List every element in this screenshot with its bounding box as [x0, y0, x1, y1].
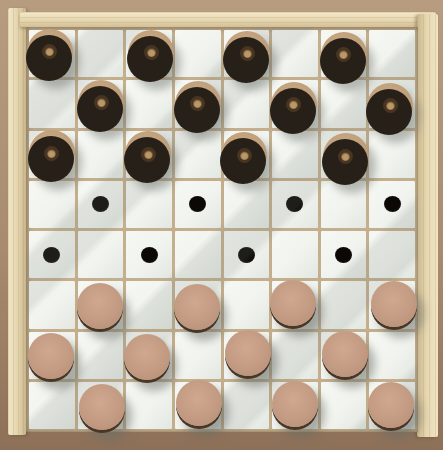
- solid-piece-f1[interactable]: [272, 381, 318, 427]
- ring-piece-f7[interactable]: [271, 82, 317, 128]
- solid-piece-c2[interactable]: [124, 334, 170, 380]
- square-h7[interactable]: [369, 80, 415, 127]
- square-d6[interactable]: [175, 131, 221, 178]
- ring-piece-c6[interactable]: [125, 131, 171, 177]
- square-e3[interactable]: [224, 281, 270, 328]
- square-f5[interactable]: [272, 181, 318, 228]
- square-d5[interactable]: [175, 181, 221, 228]
- square-c2[interactable]: [126, 332, 172, 379]
- square-h5[interactable]: [369, 181, 415, 228]
- square-h1[interactable]: [369, 382, 415, 429]
- square-h2[interactable]: [369, 332, 415, 379]
- peg-hole-c4: [141, 247, 158, 263]
- solid-piece-e2[interactable]: [225, 330, 271, 376]
- square-d7[interactable]: [175, 80, 221, 127]
- square-b6[interactable]: [78, 131, 124, 178]
- square-d4[interactable]: [175, 231, 221, 278]
- square-e8[interactable]: [224, 30, 270, 77]
- piece-center-hole-icon: [336, 47, 351, 62]
- square-h4[interactable]: [369, 231, 415, 278]
- piece-center-hole-icon: [286, 97, 301, 112]
- peg-hole-h5: [384, 196, 401, 212]
- piece-center-hole-icon: [144, 45, 159, 60]
- square-e6[interactable]: [224, 131, 270, 178]
- square-g3[interactable]: [321, 281, 367, 328]
- square-b1[interactable]: [78, 382, 124, 429]
- ring-piece-b7[interactable]: [78, 80, 124, 126]
- square-g2[interactable]: [321, 332, 367, 379]
- piece-center-hole-icon: [237, 148, 252, 163]
- square-b5[interactable]: [78, 181, 124, 228]
- square-f6[interactable]: [272, 131, 318, 178]
- solid-piece-h1[interactable]: [368, 382, 414, 428]
- square-g6[interactable]: [321, 131, 367, 178]
- solid-piece-d1[interactable]: [176, 380, 222, 426]
- square-f1[interactable]: [272, 382, 318, 429]
- square-h6[interactable]: [369, 131, 415, 178]
- square-a1[interactable]: [29, 382, 75, 429]
- square-e5[interactable]: [224, 181, 270, 228]
- square-e1[interactable]: [224, 382, 270, 429]
- solid-piece-b3[interactable]: [77, 283, 123, 329]
- square-c5[interactable]: [126, 181, 172, 228]
- peg-hole-g4: [335, 247, 352, 263]
- ring-piece-h7[interactable]: [367, 83, 413, 129]
- square-b2[interactable]: [78, 332, 124, 379]
- square-f8[interactable]: [272, 30, 318, 77]
- peg-hole-a4: [43, 247, 60, 263]
- piece-center-hole-icon: [190, 96, 205, 111]
- piece-center-hole-icon: [141, 147, 156, 162]
- solid-piece-b1[interactable]: [79, 384, 125, 430]
- board-grid: [26, 27, 418, 432]
- peg-hole-d5: [189, 196, 206, 212]
- square-a6[interactable]: [29, 131, 75, 178]
- square-a4[interactable]: [29, 231, 75, 278]
- piece-center-hole-icon: [42, 44, 57, 59]
- square-c6[interactable]: [126, 131, 172, 178]
- square-a7[interactable]: [29, 80, 75, 127]
- square-b3[interactable]: [78, 281, 124, 328]
- checkers-board: [7, 8, 438, 435]
- square-c8[interactable]: [126, 30, 172, 77]
- square-d1[interactable]: [175, 382, 221, 429]
- square-c4[interactable]: [126, 231, 172, 278]
- square-d8[interactable]: [175, 30, 221, 77]
- piece-center-hole-icon: [240, 46, 255, 61]
- square-g7[interactable]: [321, 80, 367, 127]
- ring-piece-d7[interactable]: [175, 81, 221, 127]
- ring-piece-c8[interactable]: [128, 30, 174, 76]
- square-d2[interactable]: [175, 332, 221, 379]
- square-e7[interactable]: [224, 80, 270, 127]
- square-b7[interactable]: [78, 80, 124, 127]
- square-h8[interactable]: [369, 30, 415, 77]
- board-frame-right-rail: [417, 14, 438, 437]
- peg-hole-f5: [286, 196, 303, 212]
- table-surface: [0, 0, 443, 450]
- board-frame-left-rail: [8, 8, 26, 435]
- square-f3[interactable]: [272, 281, 318, 328]
- board-frame-top-rail: [20, 12, 436, 27]
- square-f2[interactable]: [272, 332, 318, 379]
- ring-piece-e6[interactable]: [221, 132, 267, 178]
- square-c3[interactable]: [126, 281, 172, 328]
- square-f7[interactable]: [272, 80, 318, 127]
- solid-piece-h3[interactable]: [371, 281, 417, 327]
- square-b8[interactable]: [78, 30, 124, 77]
- square-a2[interactable]: [29, 332, 75, 379]
- square-h3[interactable]: [369, 281, 415, 328]
- solid-piece-g2[interactable]: [322, 331, 368, 377]
- ring-piece-g8[interactable]: [321, 32, 367, 78]
- solid-piece-f3[interactable]: [270, 280, 316, 326]
- piece-center-hole-icon: [94, 95, 109, 110]
- solid-piece-d3[interactable]: [174, 284, 220, 330]
- square-b4[interactable]: [78, 231, 124, 278]
- square-f4[interactable]: [272, 231, 318, 278]
- piece-center-hole-icon: [44, 146, 59, 161]
- square-e2[interactable]: [224, 332, 270, 379]
- peg-hole-b5: [92, 196, 109, 212]
- square-d3[interactable]: [175, 281, 221, 328]
- square-g1[interactable]: [321, 382, 367, 429]
- peg-hole-e4: [238, 247, 255, 263]
- ring-piece-g6[interactable]: [323, 133, 369, 179]
- square-a5[interactable]: [29, 181, 75, 228]
- square-g4[interactable]: [321, 231, 367, 278]
- ring-piece-a8[interactable]: [27, 29, 73, 75]
- square-c1[interactable]: [126, 382, 172, 429]
- piece-center-hole-icon: [338, 149, 353, 164]
- solid-piece-a2[interactable]: [28, 333, 74, 379]
- square-g5[interactable]: [321, 181, 367, 228]
- square-e4[interactable]: [224, 231, 270, 278]
- square-a8[interactable]: [29, 30, 75, 77]
- square-c7[interactable]: [126, 80, 172, 127]
- ring-piece-e8[interactable]: [224, 31, 270, 77]
- square-a3[interactable]: [29, 281, 75, 328]
- square-g8[interactable]: [321, 30, 367, 77]
- ring-piece-a6[interactable]: [29, 130, 75, 176]
- piece-center-hole-icon: [383, 98, 398, 113]
